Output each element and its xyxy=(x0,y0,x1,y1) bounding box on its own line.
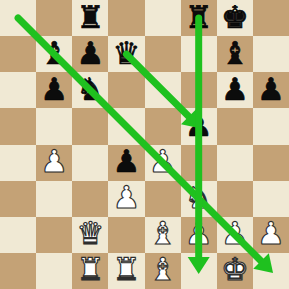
square-h4[interactable] xyxy=(253,145,289,181)
square-c3[interactable] xyxy=(72,181,108,217)
square-g8[interactable]: ♚ xyxy=(217,0,253,36)
square-d7[interactable]: ♛ xyxy=(108,36,144,72)
square-f3[interactable]: ♞ xyxy=(181,181,217,217)
square-d4[interactable]: ♟ xyxy=(108,145,144,181)
white-knight: ♞ xyxy=(185,182,213,213)
white-bishop: ♝ xyxy=(149,218,177,249)
white-king: ♚ xyxy=(221,254,249,285)
black-bishop: ♝ xyxy=(40,38,68,69)
square-f7[interactable] xyxy=(181,36,217,72)
square-g6[interactable]: ♟ xyxy=(217,72,253,108)
square-a4[interactable] xyxy=(0,145,36,181)
square-c1[interactable]: ♜ xyxy=(72,253,108,289)
square-b8[interactable] xyxy=(36,0,72,36)
white-pawn: ♟ xyxy=(257,218,285,249)
black-pawn: ♟ xyxy=(257,74,285,105)
square-a2[interactable] xyxy=(0,217,36,253)
square-h7[interactable] xyxy=(253,36,289,72)
square-f1[interactable] xyxy=(181,253,217,289)
white-pawn: ♟ xyxy=(113,182,141,213)
square-b2[interactable] xyxy=(36,217,72,253)
square-f4[interactable] xyxy=(181,145,217,181)
square-g2[interactable]: ♟ xyxy=(217,217,253,253)
square-g7[interactable]: ♝ xyxy=(217,36,253,72)
square-c2[interactable]: ♛ xyxy=(72,217,108,253)
square-h5[interactable] xyxy=(253,108,289,144)
square-e2[interactable]: ♝ xyxy=(145,217,181,253)
black-bishop: ♝ xyxy=(221,38,249,69)
square-e3[interactable] xyxy=(145,181,181,217)
square-b1[interactable] xyxy=(36,253,72,289)
square-e4[interactable]: ♟ xyxy=(145,145,181,181)
square-h1[interactable] xyxy=(253,253,289,289)
square-h8[interactable] xyxy=(253,0,289,36)
white-rook: ♜ xyxy=(113,254,141,285)
square-a1[interactable] xyxy=(0,253,36,289)
square-a7[interactable] xyxy=(0,36,36,72)
square-f8[interactable]: ♜ xyxy=(181,0,217,36)
square-f2[interactable]: ♟ xyxy=(181,217,217,253)
black-pawn: ♟ xyxy=(40,74,68,105)
square-e6[interactable] xyxy=(145,72,181,108)
square-c5[interactable] xyxy=(72,108,108,144)
square-d5[interactable] xyxy=(108,108,144,144)
square-g4[interactable] xyxy=(217,145,253,181)
black-queen: ♛ xyxy=(113,38,141,69)
square-d6[interactable] xyxy=(108,72,144,108)
white-pawn: ♟ xyxy=(185,218,213,249)
square-a5[interactable] xyxy=(0,108,36,144)
square-c6[interactable]: ♞ xyxy=(72,72,108,108)
square-c4[interactable] xyxy=(72,145,108,181)
square-b7[interactable]: ♝ xyxy=(36,36,72,72)
square-a3[interactable] xyxy=(0,181,36,217)
square-a8[interactable] xyxy=(0,0,36,36)
square-c7[interactable]: ♟ xyxy=(72,36,108,72)
black-pawn: ♟ xyxy=(76,38,104,69)
white-queen: ♛ xyxy=(76,218,104,249)
white-pawn: ♟ xyxy=(40,146,68,177)
white-bishop: ♝ xyxy=(149,254,177,285)
square-g5[interactable] xyxy=(217,108,253,144)
square-e5[interactable] xyxy=(145,108,181,144)
black-rook: ♜ xyxy=(76,2,104,33)
square-b6[interactable]: ♟ xyxy=(36,72,72,108)
square-h3[interactable] xyxy=(253,181,289,217)
black-rook: ♜ xyxy=(185,2,213,33)
square-f6[interactable] xyxy=(181,72,217,108)
square-b5[interactable] xyxy=(36,108,72,144)
chess-board: ♜♜♚♝♟♛♝♟♞♟♟♟♟♟♟♟♞♛♝♟♟♟♜♜♝♚ xyxy=(0,0,289,289)
black-king: ♚ xyxy=(221,2,249,33)
square-h2[interactable]: ♟ xyxy=(253,217,289,253)
square-g3[interactable] xyxy=(217,181,253,217)
square-c8[interactable]: ♜ xyxy=(72,0,108,36)
black-pawn: ♟ xyxy=(221,74,249,105)
square-f5[interactable]: ♟ xyxy=(181,108,217,144)
white-rook: ♜ xyxy=(76,254,104,285)
square-d8[interactable] xyxy=(108,0,144,36)
board-squares: ♜♜♚♝♟♛♝♟♞♟♟♟♟♟♟♟♞♛♝♟♟♟♜♜♝♚ xyxy=(0,0,289,289)
black-pawn: ♟ xyxy=(113,146,141,177)
square-e1[interactable]: ♝ xyxy=(145,253,181,289)
black-pawn: ♟ xyxy=(185,110,213,141)
square-e8[interactable] xyxy=(145,0,181,36)
square-d3[interactable]: ♟ xyxy=(108,181,144,217)
white-pawn: ♟ xyxy=(149,146,177,177)
square-e7[interactable] xyxy=(145,36,181,72)
square-g1[interactable]: ♚ xyxy=(217,253,253,289)
white-pawn: ♟ xyxy=(221,218,249,249)
square-d2[interactable] xyxy=(108,217,144,253)
square-b4[interactable]: ♟ xyxy=(36,145,72,181)
square-b3[interactable] xyxy=(36,181,72,217)
square-h6[interactable]: ♟ xyxy=(253,72,289,108)
black-knight: ♞ xyxy=(76,74,104,105)
square-a6[interactable] xyxy=(0,72,36,108)
square-d1[interactable]: ♜ xyxy=(108,253,144,289)
